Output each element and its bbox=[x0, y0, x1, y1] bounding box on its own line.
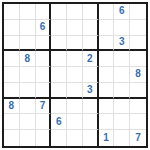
cell-r1c7[interactable] bbox=[99, 4, 115, 20]
cell-r7c7[interactable] bbox=[99, 99, 115, 115]
cell-r4c5[interactable] bbox=[67, 51, 83, 67]
cell-r6c1[interactable] bbox=[4, 83, 20, 99]
cell-r1c4[interactable] bbox=[51, 4, 67, 20]
cell-r9c6[interactable] bbox=[83, 130, 99, 146]
cell-r4c1[interactable] bbox=[4, 51, 20, 67]
cell-r3c8[interactable]: 3 bbox=[114, 36, 130, 52]
cell-r9c2[interactable] bbox=[20, 130, 36, 146]
cell-r4c7[interactable] bbox=[99, 51, 115, 67]
cell-r7c1[interactable]: 8 bbox=[4, 99, 20, 115]
cell-r3c3[interactable] bbox=[36, 36, 52, 52]
cell-r5c3[interactable] bbox=[36, 67, 52, 83]
cell-r3c4[interactable] bbox=[51, 36, 67, 52]
cell-r8c1[interactable] bbox=[4, 114, 20, 130]
cell-r4c9[interactable] bbox=[130, 51, 146, 67]
cell-r9c8[interactable] bbox=[114, 130, 130, 146]
cell-r7c8[interactable] bbox=[114, 99, 130, 115]
cell-r4c2[interactable]: 8 bbox=[20, 51, 36, 67]
given-digit: 7 bbox=[40, 101, 46, 111]
cell-r4c6[interactable]: 2 bbox=[83, 51, 99, 67]
cell-r3c5[interactable] bbox=[67, 36, 83, 52]
sudoku-board: 663828387617 bbox=[2, 2, 148, 148]
given-digit: 8 bbox=[135, 69, 141, 79]
cell-r1c8[interactable]: 6 bbox=[114, 4, 130, 20]
cell-r7c3[interactable]: 7 bbox=[36, 99, 52, 115]
cell-r3c6[interactable] bbox=[83, 36, 99, 52]
cell-r3c9[interactable] bbox=[130, 36, 146, 52]
cell-r1c9[interactable] bbox=[130, 4, 146, 20]
cell-r5c1[interactable] bbox=[4, 67, 20, 83]
cell-r2c3[interactable]: 6 bbox=[36, 20, 52, 36]
cell-r8c2[interactable] bbox=[20, 114, 36, 130]
cell-r1c2[interactable] bbox=[20, 4, 36, 20]
cell-r1c3[interactable] bbox=[36, 4, 52, 20]
cell-r5c7[interactable] bbox=[99, 67, 115, 83]
cell-r4c4[interactable] bbox=[51, 51, 67, 67]
cell-r6c3[interactable] bbox=[36, 83, 52, 99]
cell-r7c5[interactable] bbox=[67, 99, 83, 115]
cell-r8c5[interactable] bbox=[67, 114, 83, 130]
cell-r9c3[interactable] bbox=[36, 130, 52, 146]
cell-r2c9[interactable] bbox=[130, 20, 146, 36]
cell-r3c1[interactable] bbox=[4, 36, 20, 52]
cell-r9c1[interactable] bbox=[4, 130, 20, 146]
cell-r3c7[interactable] bbox=[99, 36, 115, 52]
cell-r6c7[interactable] bbox=[99, 83, 115, 99]
cell-r6c5[interactable] bbox=[67, 83, 83, 99]
cell-r7c6[interactable] bbox=[83, 99, 99, 115]
cell-r1c6[interactable] bbox=[83, 4, 99, 20]
given-digit: 1 bbox=[103, 133, 109, 143]
cell-r3c2[interactable] bbox=[20, 36, 36, 52]
cell-r2c1[interactable] bbox=[4, 20, 20, 36]
given-digit: 6 bbox=[56, 117, 62, 127]
given-digit: 2 bbox=[87, 54, 93, 64]
cell-r2c4[interactable] bbox=[51, 20, 67, 36]
given-digit: 7 bbox=[135, 133, 141, 143]
cell-r2c5[interactable] bbox=[67, 20, 83, 36]
given-digit: 6 bbox=[119, 6, 125, 16]
cell-r7c9[interactable] bbox=[130, 99, 146, 115]
cell-r8c3[interactable] bbox=[36, 114, 52, 130]
cell-r5c6[interactable] bbox=[83, 67, 99, 83]
given-digit: 3 bbox=[119, 37, 125, 47]
cell-r6c9[interactable] bbox=[130, 83, 146, 99]
cell-r6c4[interactable] bbox=[51, 83, 67, 99]
cell-r8c7[interactable] bbox=[99, 114, 115, 130]
cell-r8c6[interactable] bbox=[83, 114, 99, 130]
cell-r6c8[interactable] bbox=[114, 83, 130, 99]
cell-r5c8[interactable] bbox=[114, 67, 130, 83]
cell-r1c5[interactable] bbox=[67, 4, 83, 20]
cell-r9c7[interactable]: 1 bbox=[99, 130, 115, 146]
cell-r9c9[interactable]: 7 bbox=[130, 130, 146, 146]
cell-r2c2[interactable] bbox=[20, 20, 36, 36]
cell-r9c4[interactable] bbox=[51, 130, 67, 146]
cell-r8c8[interactable] bbox=[114, 114, 130, 130]
cell-r7c4[interactable] bbox=[51, 99, 67, 115]
cell-r5c5[interactable] bbox=[67, 67, 83, 83]
cell-r2c7[interactable] bbox=[99, 20, 115, 36]
cell-r2c6[interactable] bbox=[83, 20, 99, 36]
cell-r7c2[interactable] bbox=[20, 99, 36, 115]
cell-r5c9[interactable]: 8 bbox=[130, 67, 146, 83]
cell-r5c4[interactable] bbox=[51, 67, 67, 83]
cell-r6c6[interactable]: 3 bbox=[83, 83, 99, 99]
cell-r1c1[interactable] bbox=[4, 4, 20, 20]
given-digit: 3 bbox=[87, 85, 93, 95]
cell-r2c8[interactable] bbox=[114, 20, 130, 36]
cell-r4c3[interactable] bbox=[36, 51, 52, 67]
cell-r8c9[interactable] bbox=[130, 114, 146, 130]
cell-r6c2[interactable] bbox=[20, 83, 36, 99]
given-digit: 8 bbox=[9, 101, 15, 111]
cell-r5c2[interactable] bbox=[20, 67, 36, 83]
given-digit: 6 bbox=[40, 22, 46, 32]
given-digit: 8 bbox=[24, 54, 30, 64]
cell-r9c5[interactable] bbox=[67, 130, 83, 146]
cell-r4c8[interactable] bbox=[114, 51, 130, 67]
cell-r8c4[interactable]: 6 bbox=[51, 114, 67, 130]
